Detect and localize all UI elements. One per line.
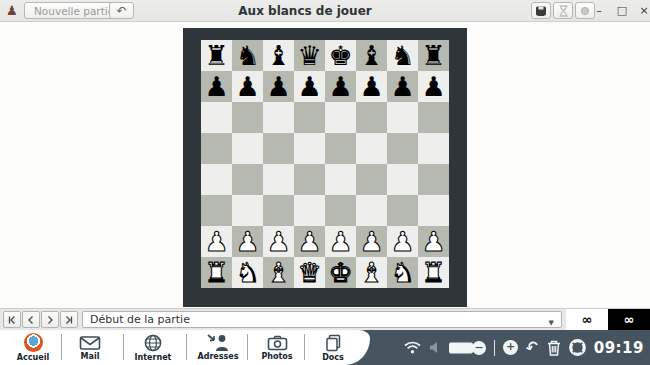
square-a5[interactable] bbox=[201, 133, 232, 164]
taskbar-label: Accueil bbox=[17, 353, 49, 362]
square-c3[interactable] bbox=[263, 195, 294, 226]
square-g6[interactable] bbox=[387, 102, 418, 133]
trash-icon[interactable] bbox=[547, 340, 561, 356]
square-d7[interactable]: ♟ bbox=[294, 71, 325, 102]
black-rook[interactable]: ♜ bbox=[421, 40, 445, 71]
white-pawn[interactable]: ♟ bbox=[266, 226, 290, 257]
black-clock: ∞ bbox=[608, 309, 650, 331]
app-pawn-icon: ♟ bbox=[6, 3, 18, 19]
pause-timer-button[interactable] bbox=[553, 2, 573, 19]
square-a3[interactable] bbox=[201, 195, 232, 226]
square-b7[interactable]: ♟ bbox=[232, 71, 263, 102]
wifi-icon[interactable] bbox=[404, 341, 421, 354]
close-button[interactable]: × bbox=[637, 0, 650, 22]
black-pawn[interactable]: ♟ bbox=[359, 71, 383, 102]
square-g2[interactable]: ♟ bbox=[387, 226, 418, 257]
square-h1[interactable]: ♜ bbox=[418, 257, 449, 288]
documents-icon bbox=[325, 334, 342, 352]
black-knight[interactable]: ♞ bbox=[390, 40, 414, 71]
white-rook[interactable]: ♜ bbox=[421, 257, 445, 288]
white-pawn[interactable]: ♟ bbox=[235, 226, 259, 257]
square-f4[interactable] bbox=[356, 164, 387, 195]
previous-move-button[interactable] bbox=[22, 311, 40, 328]
taskbar-label: Docs bbox=[322, 353, 344, 362]
taskbar-item-mail[interactable]: Mail bbox=[64, 332, 116, 363]
square-g4[interactable] bbox=[387, 164, 418, 195]
square-b4[interactable] bbox=[232, 164, 263, 195]
square-f6[interactable] bbox=[356, 102, 387, 133]
black-king[interactable]: ♚ bbox=[328, 40, 352, 71]
square-a2[interactable]: ♟ bbox=[201, 226, 232, 257]
tray-divider bbox=[494, 340, 495, 356]
white-queen[interactable]: ♛ bbox=[297, 257, 321, 288]
battery-minus-icon[interactable]: − bbox=[472, 341, 486, 355]
square-a8[interactable]: ♜ bbox=[201, 40, 232, 71]
square-c6[interactable] bbox=[263, 102, 294, 133]
square-e7[interactable]: ♟ bbox=[325, 71, 356, 102]
square-f3[interactable] bbox=[356, 195, 387, 226]
white-pawn[interactable]: ♟ bbox=[328, 226, 352, 257]
divider bbox=[304, 334, 305, 360]
divider bbox=[123, 334, 124, 360]
white-clock: ∞ bbox=[566, 309, 608, 331]
history-navbar: Début de la partie ▼ ∞ ∞ bbox=[0, 308, 650, 330]
desktop: ♟ Nouvelle partie ↶ Aux blancs de jouer … bbox=[0, 0, 650, 365]
square-b5[interactable] bbox=[232, 133, 263, 164]
divider bbox=[61, 334, 62, 360]
white-bishop[interactable]: ♝ bbox=[266, 257, 290, 288]
game-area: ♜♞♝♛♚♝♞♜♟♟♟♟♟♟♟♟♟♟♟♟♟♟♟♟♜♞♝♛♚♝♞♜ bbox=[0, 22, 650, 308]
square-d8[interactable]: ♛ bbox=[294, 40, 325, 71]
black-pawn[interactable]: ♟ bbox=[328, 71, 352, 102]
taskbar-item-photos[interactable]: Photos bbox=[251, 332, 303, 363]
white-bishop[interactable]: ♝ bbox=[359, 257, 383, 288]
square-e1[interactable]: ♚ bbox=[325, 257, 356, 288]
square-h4[interactable] bbox=[418, 164, 449, 195]
white-pawn[interactable]: ♟ bbox=[297, 226, 321, 257]
plus-button[interactable]: + bbox=[503, 340, 518, 355]
square-f7[interactable]: ♟ bbox=[356, 71, 387, 102]
square-a6[interactable] bbox=[201, 102, 232, 133]
square-e3[interactable] bbox=[325, 195, 356, 226]
white-pawn[interactable]: ♟ bbox=[421, 226, 445, 257]
taskbar-label: Photos bbox=[261, 352, 292, 361]
square-e8[interactable]: ♚ bbox=[325, 40, 356, 71]
black-bishop[interactable]: ♝ bbox=[266, 40, 290, 71]
move-history-dropdown[interactable]: Début de la partie ▼ bbox=[82, 311, 562, 328]
square-f5[interactable] bbox=[356, 133, 387, 164]
white-king[interactable]: ♚ bbox=[328, 257, 352, 288]
black-pawn[interactable]: ♟ bbox=[390, 71, 414, 102]
white-rook[interactable]: ♜ bbox=[204, 257, 228, 288]
square-g3[interactable] bbox=[387, 195, 418, 226]
circle-icon bbox=[580, 6, 590, 16]
square-d1[interactable]: ♛ bbox=[294, 257, 325, 288]
mail-icon bbox=[79, 335, 101, 351]
taskbar-item-accueil[interactable]: Accueil bbox=[8, 332, 58, 363]
square-c1[interactable]: ♝ bbox=[263, 257, 294, 288]
chevron-down-icon: ▼ bbox=[549, 316, 554, 331]
square-h8[interactable]: ♜ bbox=[418, 40, 449, 71]
white-knight[interactable]: ♞ bbox=[390, 257, 414, 288]
square-g5[interactable] bbox=[387, 133, 418, 164]
camera-icon bbox=[267, 335, 288, 351]
square-b6[interactable] bbox=[232, 102, 263, 133]
square-c7[interactable]: ♟ bbox=[263, 71, 294, 102]
undo-move-button[interactable]: ↶ bbox=[109, 2, 134, 19]
system-tray: − + ↶ 09:19 bbox=[404, 330, 644, 365]
globe-icon bbox=[144, 334, 162, 352]
black-pawn[interactable]: ♟ bbox=[235, 71, 259, 102]
black-queen[interactable]: ♛ bbox=[297, 40, 321, 71]
square-e4[interactable] bbox=[325, 164, 356, 195]
divider bbox=[186, 334, 187, 360]
next-move-icon bbox=[45, 315, 55, 325]
square-e6[interactable] bbox=[325, 102, 356, 133]
square-e2[interactable]: ♟ bbox=[325, 226, 356, 257]
square-d4[interactable] bbox=[294, 164, 325, 195]
square-a1[interactable]: ♜ bbox=[201, 257, 232, 288]
undo-tray-icon[interactable]: ↶ bbox=[524, 338, 541, 356]
first-move-button[interactable] bbox=[3, 311, 21, 328]
square-g8[interactable]: ♞ bbox=[387, 40, 418, 71]
square-g1[interactable]: ♞ bbox=[387, 257, 418, 288]
history-label: Début de la partie bbox=[90, 313, 190, 326]
square-d2[interactable]: ♟ bbox=[294, 226, 325, 257]
clock-time[interactable]: 09:19 bbox=[594, 339, 644, 357]
square-a4[interactable] bbox=[201, 164, 232, 195]
square-d6[interactable] bbox=[294, 102, 325, 133]
black-bishop[interactable]: ♝ bbox=[359, 40, 383, 71]
maximize-button[interactable]: □ bbox=[615, 0, 629, 22]
square-e5[interactable] bbox=[325, 133, 356, 164]
square-c2[interactable]: ♟ bbox=[263, 226, 294, 257]
taskbar-label: Internet bbox=[135, 353, 172, 362]
square-b2[interactable]: ♟ bbox=[232, 226, 263, 257]
square-h3[interactable] bbox=[418, 195, 449, 226]
square-b1[interactable]: ♞ bbox=[232, 257, 263, 288]
taskbar-label: Mail bbox=[81, 352, 100, 361]
square-g7[interactable]: ♟ bbox=[387, 71, 418, 102]
square-a7[interactable]: ♟ bbox=[201, 71, 232, 102]
white-pawn[interactable]: ♟ bbox=[359, 226, 383, 257]
square-b8[interactable]: ♞ bbox=[232, 40, 263, 71]
square-h5[interactable] bbox=[418, 133, 449, 164]
square-c8[interactable]: ♝ bbox=[263, 40, 294, 71]
previous-move-icon bbox=[26, 315, 36, 325]
black-knight[interactable]: ♞ bbox=[235, 40, 259, 71]
taskbar-item-docs[interactable]: Docs bbox=[307, 332, 359, 363]
white-knight[interactable]: ♞ bbox=[235, 257, 259, 288]
square-f1[interactable]: ♝ bbox=[356, 257, 387, 288]
chess-board[interactable]: ♜♞♝♛♚♝♞♜♟♟♟♟♟♟♟♟♟♟♟♟♟♟♟♟♜♞♝♛♚♝♞♜ bbox=[201, 40, 449, 288]
taskbar: Accueil Mail Internet bbox=[0, 330, 650, 365]
home-logo-icon bbox=[24, 333, 43, 352]
square-h2[interactable]: ♟ bbox=[418, 226, 449, 257]
black-pawn[interactable]: ♟ bbox=[421, 71, 445, 102]
minimize-button[interactable]: – bbox=[592, 0, 606, 22]
black-rook[interactable]: ♜ bbox=[204, 40, 228, 71]
volume-muted-icon[interactable] bbox=[429, 341, 440, 354]
help-lifebuoy-icon[interactable] bbox=[569, 339, 586, 356]
save-game-button[interactable] bbox=[531, 2, 551, 19]
white-pawn[interactable]: ♟ bbox=[204, 226, 228, 257]
window-title: Aux blancs de jouer bbox=[140, 0, 470, 22]
square-b3[interactable] bbox=[232, 195, 263, 226]
first-move-icon bbox=[7, 315, 17, 325]
square-c4[interactable] bbox=[263, 164, 294, 195]
square-f2[interactable]: ♟ bbox=[356, 226, 387, 257]
save-icon bbox=[535, 5, 547, 17]
black-pawn[interactable]: ♟ bbox=[204, 71, 228, 102]
square-c5[interactable] bbox=[263, 133, 294, 164]
square-h6[interactable] bbox=[418, 102, 449, 133]
last-move-button[interactable] bbox=[60, 311, 78, 328]
square-f8[interactable]: ♝ bbox=[356, 40, 387, 71]
black-pawn[interactable]: ♟ bbox=[266, 71, 290, 102]
battery-indicator[interactable]: − bbox=[448, 341, 486, 355]
hourglass-icon bbox=[558, 5, 569, 17]
last-move-icon bbox=[64, 315, 74, 325]
taskbar-item-internet[interactable]: Internet bbox=[127, 332, 179, 363]
contacts-icon bbox=[206, 334, 230, 351]
white-pawn[interactable]: ♟ bbox=[390, 226, 414, 257]
taskbar-label: Adresses bbox=[198, 352, 239, 361]
taskbar-item-adresses[interactable]: Adresses bbox=[190, 332, 246, 363]
window-titlebar: ♟ Nouvelle partie ↶ Aux blancs de jouer … bbox=[0, 0, 650, 22]
black-pawn[interactable]: ♟ bbox=[297, 71, 321, 102]
chess-board-frame: ♜♞♝♛♚♝♞♜♟♟♟♟♟♟♟♟♟♟♟♟♟♟♟♟♜♞♝♛♚♝♞♜ bbox=[183, 28, 467, 307]
square-d5[interactable] bbox=[294, 133, 325, 164]
next-move-button[interactable] bbox=[41, 311, 59, 328]
divider bbox=[247, 334, 248, 360]
square-d3[interactable] bbox=[294, 195, 325, 226]
square-h7[interactable]: ♟ bbox=[418, 71, 449, 102]
